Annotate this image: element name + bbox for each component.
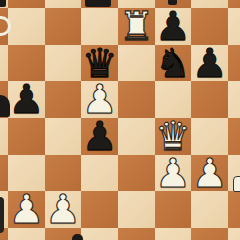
square-c0r5[interactable] — [0, 155, 8, 192]
square-c4r6[interactable] — [118, 191, 155, 228]
square-c2r3[interactable] — [45, 81, 82, 118]
square-c4r4[interactable] — [118, 118, 155, 155]
white-pawn[interactable]: ♟ — [191, 155, 228, 192]
square-c6r7[interactable] — [191, 228, 228, 240]
white-piece-edge-fragment-right — [233, 176, 240, 192]
square-c2r1[interactable] — [45, 8, 82, 45]
square-c7r0[interactable] — [228, 0, 240, 8]
square-c6r6[interactable] — [191, 191, 228, 228]
black-pawn[interactable]: ♟ — [81, 118, 118, 155]
white-pawn[interactable]: ♟ — [155, 155, 192, 192]
black-pawn[interactable]: ♟ — [191, 45, 228, 82]
square-c2r4[interactable] — [45, 118, 82, 155]
black-piece-tip-fragment-top — [168, 0, 177, 5]
square-c4r5[interactable] — [118, 155, 155, 192]
chess-board: ♜♟♛♞♟♟♟♟♛♟♟♟♟ — [0, 0, 240, 240]
white-pawn[interactable]: ♟ — [45, 191, 82, 228]
square-c7r4[interactable] — [228, 118, 240, 155]
black-knight[interactable]: ♞ — [155, 45, 192, 82]
square-c7r3[interactable] — [228, 81, 240, 118]
square-c6r0[interactable] — [191, 0, 228, 8]
square-c7r2[interactable] — [228, 45, 240, 82]
white-pawn[interactable]: ♟ — [8, 191, 45, 228]
square-c3r6[interactable] — [81, 191, 118, 228]
square-c4r3[interactable] — [118, 81, 155, 118]
black-pawn-top-fragment-bottom — [72, 234, 83, 240]
square-c5r6[interactable] — [155, 191, 192, 228]
square-c7r1[interactable] — [228, 8, 240, 45]
black-piece-sliver-fragment-bottom-left — [0, 197, 4, 233]
square-c0r4[interactable] — [0, 118, 8, 155]
square-c7r7[interactable] — [228, 228, 240, 240]
square-c6r3[interactable] — [191, 81, 228, 118]
square-c4r2[interactable] — [118, 45, 155, 82]
square-c2r0[interactable] — [45, 0, 82, 8]
square-c4r7[interactable] — [118, 228, 155, 240]
black-piece-bottom-fragment-top-left — [0, 0, 6, 7]
square-c3r7[interactable] — [81, 228, 118, 240]
square-c2r2[interactable] — [45, 45, 82, 82]
square-c7r6[interactable] — [228, 191, 240, 228]
square-c1r4[interactable] — [8, 118, 45, 155]
square-c3r5[interactable] — [81, 155, 118, 192]
square-c1r1[interactable] — [8, 8, 45, 45]
square-c5r7[interactable] — [155, 228, 192, 240]
black-piece-base-fragment-top — [85, 0, 111, 7]
white-rook[interactable]: ♜ — [118, 8, 155, 45]
square-c0r2[interactable] — [0, 45, 8, 82]
black-pawn[interactable]: ♟ — [8, 81, 45, 118]
square-c1r0[interactable] — [8, 0, 45, 8]
